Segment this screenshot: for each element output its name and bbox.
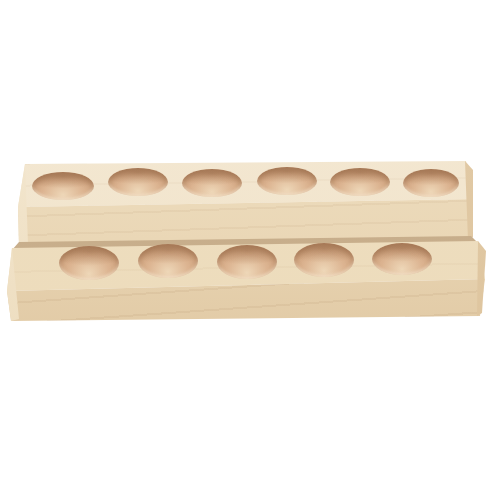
oil-bottle-hole-lower-5	[372, 243, 432, 275]
oil-bottle-hole-upper-4	[257, 167, 317, 195]
oil-bottle-hole-lower-3	[217, 245, 277, 279]
oil-bottle-hole-upper-2	[108, 168, 168, 196]
oil-bottle-hole-upper-5	[330, 168, 390, 196]
oil-bottle-hole-lower-1	[59, 246, 119, 280]
oil-bottle-hole-upper-1	[32, 172, 94, 200]
oil-bottle-hole-lower-4	[294, 243, 354, 277]
oil-bottle-hole-upper-6	[403, 169, 459, 197]
oil-bottle-hole-upper-3	[182, 169, 242, 197]
oil-bottle-hole-lower-2	[138, 244, 198, 278]
product-photo	[0, 0, 500, 500]
